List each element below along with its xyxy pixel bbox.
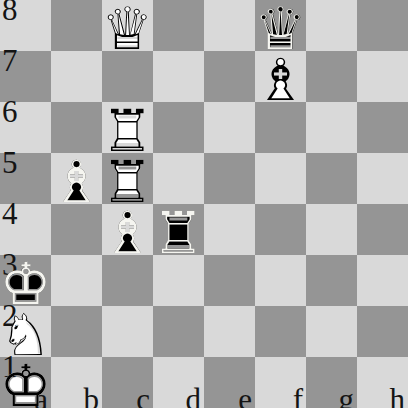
square-b4[interactable] xyxy=(51,204,102,255)
square-e1[interactable]: e xyxy=(204,357,255,408)
piece-white-bishop-f7[interactable]: ♝♗ xyxy=(255,54,306,105)
black-queen-fill-glyph: ♛ xyxy=(255,3,306,54)
square-b1[interactable]: b xyxy=(51,357,102,408)
piece-black-king-a3[interactable]: ♚♔ xyxy=(0,258,51,309)
square-b3[interactable] xyxy=(51,255,102,306)
square-b8[interactable] xyxy=(51,0,102,51)
square-g1[interactable]: g xyxy=(306,357,357,408)
white-king-outline-glyph: ♔ xyxy=(0,360,51,408)
square-c7[interactable] xyxy=(102,51,153,102)
square-e4[interactable] xyxy=(204,204,255,255)
square-g3[interactable] xyxy=(306,255,357,306)
square-h6[interactable] xyxy=(357,102,408,153)
white-rook-outline-glyph: ♖ xyxy=(102,156,153,207)
chess-board: 8♛♕♛♕7♝♗6♜♖5♝♗♜♖4♝♗♜♖3♚♔2♞♘1a♚♔bcdefgh xyxy=(0,0,408,408)
piece-black-bishop-b5[interactable]: ♝♗ xyxy=(51,156,102,207)
square-g4[interactable] xyxy=(306,204,357,255)
black-king-outline-glyph: ♔ xyxy=(0,258,51,309)
square-c1[interactable]: c xyxy=(102,357,153,408)
piece-white-rook-c5[interactable]: ♜♖ xyxy=(102,156,153,207)
square-a5[interactable]: 5 xyxy=(0,153,51,204)
black-queen-outline-glyph: ♕ xyxy=(255,3,306,54)
piece-black-bishop-c4[interactable]: ♝♗ xyxy=(102,207,153,258)
square-b2[interactable] xyxy=(51,306,102,357)
file-label-c: c xyxy=(136,384,150,408)
square-e3[interactable] xyxy=(204,255,255,306)
square-a3[interactable]: 3♚♔ xyxy=(0,255,51,306)
piece-black-rook-d4[interactable]: ♜♖ xyxy=(153,207,204,258)
square-g7[interactable] xyxy=(306,51,357,102)
square-f5[interactable] xyxy=(255,153,306,204)
square-d4[interactable]: ♜♖ xyxy=(153,204,204,255)
white-queen-fill-glyph: ♛ xyxy=(102,3,153,54)
square-a7[interactable]: 7 xyxy=(0,51,51,102)
black-bishop-fill-glyph: ♝ xyxy=(51,156,102,207)
white-rook-fill-glyph: ♜ xyxy=(102,156,153,207)
black-king-fill-glyph: ♚ xyxy=(0,258,51,309)
square-h3[interactable] xyxy=(357,255,408,306)
square-h8[interactable] xyxy=(357,0,408,51)
white-king-fill-glyph: ♚ xyxy=(0,360,51,408)
square-f4[interactable] xyxy=(255,204,306,255)
square-a8[interactable]: 8 xyxy=(0,0,51,51)
square-h5[interactable] xyxy=(357,153,408,204)
square-a1[interactable]: 1a♚♔ xyxy=(0,357,51,408)
file-label-h: h xyxy=(390,384,406,408)
square-a4[interactable]: 4 xyxy=(0,204,51,255)
square-d3[interactable] xyxy=(153,255,204,306)
square-e8[interactable] xyxy=(204,0,255,51)
square-a6[interactable]: 6 xyxy=(0,102,51,153)
square-d7[interactable] xyxy=(153,51,204,102)
square-a2[interactable]: 2♞♘ xyxy=(0,306,51,357)
file-label-b: b xyxy=(84,384,100,408)
square-g6[interactable] xyxy=(306,102,357,153)
square-c5[interactable]: ♜♖ xyxy=(102,153,153,204)
square-d5[interactable] xyxy=(153,153,204,204)
square-g8[interactable] xyxy=(306,0,357,51)
piece-white-queen-c8[interactable]: ♛♕ xyxy=(102,3,153,54)
file-label-d: d xyxy=(186,384,202,408)
square-f8[interactable]: ♛♕ xyxy=(255,0,306,51)
square-e7[interactable] xyxy=(204,51,255,102)
white-bishop-fill-glyph: ♝ xyxy=(255,54,306,105)
white-queen-outline-glyph: ♕ xyxy=(102,3,153,54)
square-f1[interactable]: f xyxy=(255,357,306,408)
square-e5[interactable] xyxy=(204,153,255,204)
black-bishop-outline-glyph: ♗ xyxy=(102,207,153,258)
square-e2[interactable] xyxy=(204,306,255,357)
square-h4[interactable] xyxy=(357,204,408,255)
square-d2[interactable] xyxy=(153,306,204,357)
square-e6[interactable] xyxy=(204,102,255,153)
black-rook-outline-glyph: ♖ xyxy=(153,207,204,258)
square-d1[interactable]: d xyxy=(153,357,204,408)
piece-black-queen-f8[interactable]: ♛♕ xyxy=(255,3,306,54)
black-bishop-outline-glyph: ♗ xyxy=(51,156,102,207)
square-c6[interactable]: ♜♖ xyxy=(102,102,153,153)
white-knight-outline-glyph: ♘ xyxy=(0,309,51,360)
white-rook-fill-glyph: ♜ xyxy=(102,105,153,156)
piece-white-knight-a2[interactable]: ♞♘ xyxy=(0,309,51,360)
square-d6[interactable] xyxy=(153,102,204,153)
square-b5[interactable]: ♝♗ xyxy=(51,153,102,204)
rank-label-8: 8 xyxy=(2,0,18,25)
square-b7[interactable] xyxy=(51,51,102,102)
file-label-e: e xyxy=(238,384,252,408)
square-d8[interactable] xyxy=(153,0,204,51)
square-h7[interactable] xyxy=(357,51,408,102)
square-f7[interactable]: ♝♗ xyxy=(255,51,306,102)
square-h1[interactable]: h xyxy=(357,357,408,408)
square-g5[interactable] xyxy=(306,153,357,204)
square-g2[interactable] xyxy=(306,306,357,357)
file-label-f: f xyxy=(293,384,303,408)
square-c8[interactable]: ♛♕ xyxy=(102,0,153,51)
square-c4[interactable]: ♝♗ xyxy=(102,204,153,255)
square-f2[interactable] xyxy=(255,306,306,357)
square-f6[interactable] xyxy=(255,102,306,153)
square-c2[interactable] xyxy=(102,306,153,357)
square-f3[interactable] xyxy=(255,255,306,306)
square-b6[interactable] xyxy=(51,102,102,153)
white-bishop-outline-glyph: ♗ xyxy=(255,54,306,105)
piece-white-king-a1[interactable]: ♚♔ xyxy=(0,360,51,408)
black-rook-fill-glyph: ♜ xyxy=(153,207,204,258)
white-rook-outline-glyph: ♖ xyxy=(102,105,153,156)
white-knight-fill-glyph: ♞ xyxy=(0,309,51,360)
file-label-g: g xyxy=(339,384,355,408)
square-c3[interactable] xyxy=(102,255,153,306)
square-h2[interactable] xyxy=(357,306,408,357)
piece-white-rook-c6[interactable]: ♜♖ xyxy=(102,105,153,156)
black-bishop-fill-glyph: ♝ xyxy=(102,207,153,258)
